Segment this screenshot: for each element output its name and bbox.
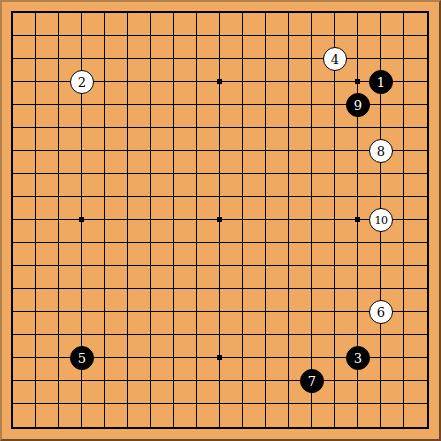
grid-cell	[243, 13, 266, 36]
grid-cell	[174, 36, 197, 59]
grid-cell	[381, 404, 404, 427]
grid-cell	[312, 13, 335, 36]
grid-cell	[13, 13, 36, 36]
grid-cell	[174, 289, 197, 312]
grid-cell	[36, 220, 59, 243]
grid-cell	[36, 36, 59, 59]
grid-cell	[174, 220, 197, 243]
grid-cell	[266, 243, 289, 266]
grid-cell	[174, 82, 197, 105]
grid-cell	[36, 59, 59, 82]
grid-cell	[404, 243, 427, 266]
grid-cell	[404, 312, 427, 335]
grid-cell	[59, 151, 82, 174]
grid-cell	[59, 174, 82, 197]
grid-cell	[151, 335, 174, 358]
grid-cell	[404, 128, 427, 151]
grid-cell	[151, 82, 174, 105]
grid-cell	[381, 105, 404, 128]
grid-cell	[312, 220, 335, 243]
grid-cell	[105, 404, 128, 427]
grid-cell	[381, 335, 404, 358]
grid-cell	[151, 243, 174, 266]
move-number-label: 9	[354, 99, 362, 112]
hoshi-point	[217, 355, 222, 360]
grid-cell	[312, 266, 335, 289]
grid-cell	[404, 105, 427, 128]
grid-cell	[151, 220, 174, 243]
grid-cell	[312, 197, 335, 220]
grid-cell	[151, 358, 174, 381]
grid-cell	[404, 358, 427, 381]
grid-cell	[82, 128, 105, 151]
grid-cell	[36, 174, 59, 197]
grid-cell	[358, 243, 381, 266]
grid-cell	[289, 36, 312, 59]
stone-white-4: 4	[323, 47, 347, 71]
grid-cell	[151, 105, 174, 128]
grid-cell	[243, 335, 266, 358]
grid-cell	[128, 13, 151, 36]
grid-cell	[266, 335, 289, 358]
grid-cell	[220, 59, 243, 82]
grid-cell	[243, 128, 266, 151]
grid-cell	[82, 174, 105, 197]
grid-cell	[174, 404, 197, 427]
grid-cell	[13, 105, 36, 128]
grid-cell	[105, 105, 128, 128]
grid-cell	[266, 13, 289, 36]
grid-cell	[128, 404, 151, 427]
grid-cell	[289, 289, 312, 312]
grid-cell	[381, 381, 404, 404]
grid-cell	[197, 358, 220, 381]
grid-cell	[151, 381, 174, 404]
grid-cell	[335, 151, 358, 174]
move-number-label: 2	[78, 76, 86, 89]
grid-cell	[36, 128, 59, 151]
hoshi-point	[217, 79, 222, 84]
grid-cell	[197, 312, 220, 335]
grid-cell	[404, 289, 427, 312]
grid-cell	[220, 128, 243, 151]
stone-white-2: 2	[70, 70, 94, 94]
grid-cell	[13, 335, 36, 358]
grid-cell	[13, 289, 36, 312]
grid-cell	[220, 243, 243, 266]
grid-cell	[289, 243, 312, 266]
grid-cell	[381, 243, 404, 266]
grid-cell	[82, 243, 105, 266]
grid-cell	[105, 197, 128, 220]
grid-cell	[335, 13, 358, 36]
grid-cell	[59, 220, 82, 243]
grid-cell	[59, 36, 82, 59]
move-number-label: 10	[375, 215, 388, 226]
grid-cell	[13, 266, 36, 289]
grid-cell	[404, 220, 427, 243]
grid-cell	[220, 358, 243, 381]
grid-cell	[105, 220, 128, 243]
grid-cell	[174, 59, 197, 82]
grid-cell	[243, 266, 266, 289]
grid-cell	[289, 335, 312, 358]
grid-cell	[151, 197, 174, 220]
grid-cell	[197, 381, 220, 404]
grid-cell	[13, 404, 36, 427]
stone-black-3: 3	[346, 346, 370, 370]
grid-cell	[82, 312, 105, 335]
grid-cell	[174, 174, 197, 197]
grid-cell	[151, 289, 174, 312]
grid-cell	[82, 197, 105, 220]
move-number-label: 3	[354, 352, 362, 365]
grid-cell	[82, 36, 105, 59]
grid-cell	[82, 220, 105, 243]
grid-cell	[197, 82, 220, 105]
grid-cell	[174, 358, 197, 381]
hoshi-point	[217, 217, 222, 222]
grid-cell	[128, 36, 151, 59]
grid-cell	[335, 381, 358, 404]
grid-cell	[13, 197, 36, 220]
grid-cell	[151, 36, 174, 59]
stone-white-6: 6	[369, 300, 393, 324]
grid-cell	[59, 266, 82, 289]
grid-cell	[404, 13, 427, 36]
grid-cell	[220, 220, 243, 243]
grid-cell	[151, 312, 174, 335]
grid-cell	[59, 105, 82, 128]
grid-cell	[358, 404, 381, 427]
grid-cell	[243, 151, 266, 174]
grid-cell	[381, 358, 404, 381]
grid-cell	[404, 381, 427, 404]
grid-cell	[266, 404, 289, 427]
grid-cell	[220, 174, 243, 197]
grid-cell	[36, 312, 59, 335]
grid-cell	[197, 243, 220, 266]
grid-cell	[289, 13, 312, 36]
grid-cell	[174, 128, 197, 151]
grid-cell	[105, 312, 128, 335]
grid-cell	[151, 174, 174, 197]
grid-cell	[128, 197, 151, 220]
grid-cell	[13, 220, 36, 243]
grid-cell	[36, 243, 59, 266]
grid-cell	[404, 174, 427, 197]
grid-cell	[404, 36, 427, 59]
grid-cell	[36, 13, 59, 36]
grid-cell	[174, 13, 197, 36]
grid-cell	[105, 128, 128, 151]
grid-cell	[128, 128, 151, 151]
grid-cell	[36, 404, 59, 427]
grid-cell	[59, 13, 82, 36]
hoshi-point	[79, 217, 84, 222]
grid-cell	[128, 358, 151, 381]
grid-cell	[220, 105, 243, 128]
grid-cell	[243, 381, 266, 404]
move-number-label: 6	[377, 306, 385, 319]
stone-black-1: 1	[369, 70, 393, 94]
grid-cell	[197, 174, 220, 197]
grid-cell	[220, 335, 243, 358]
grid-cell	[358, 174, 381, 197]
grid-cell	[381, 13, 404, 36]
grid-cell	[243, 220, 266, 243]
grid-cell	[105, 289, 128, 312]
grid-cell	[197, 404, 220, 427]
grid-cell	[36, 381, 59, 404]
grid-cell	[128, 266, 151, 289]
stone-black-9: 9	[346, 93, 370, 117]
grid-cell	[13, 82, 36, 105]
grid-cell	[82, 105, 105, 128]
grid-cell	[266, 197, 289, 220]
grid-cell	[59, 312, 82, 335]
stone-white-8: 8	[369, 139, 393, 163]
grid-cell	[312, 312, 335, 335]
grid-cell	[174, 243, 197, 266]
grid-cell	[266, 82, 289, 105]
grid-cell	[404, 197, 427, 220]
grid-cell	[174, 312, 197, 335]
grid-cell	[82, 13, 105, 36]
grid-cell	[220, 151, 243, 174]
grid-cell	[36, 289, 59, 312]
grid-cell	[82, 151, 105, 174]
grid-cell	[220, 381, 243, 404]
grid-cell	[82, 289, 105, 312]
grid-cell	[13, 381, 36, 404]
grid-cell	[105, 36, 128, 59]
grid-cell	[266, 105, 289, 128]
grid-cell	[312, 82, 335, 105]
grid-cell	[128, 381, 151, 404]
grid-cell	[335, 289, 358, 312]
grid-cell	[13, 243, 36, 266]
grid-cell	[151, 404, 174, 427]
grid-cell	[335, 266, 358, 289]
grid-cell	[312, 174, 335, 197]
grid-cell	[243, 105, 266, 128]
grid-cell	[174, 105, 197, 128]
grid-cell	[312, 151, 335, 174]
grid-cell	[220, 404, 243, 427]
grid-cell	[266, 36, 289, 59]
grid-cell	[335, 404, 358, 427]
grid-cell	[151, 13, 174, 36]
grid-cell	[243, 82, 266, 105]
grid-cell	[105, 335, 128, 358]
grid-cell	[312, 404, 335, 427]
grid-cell	[289, 197, 312, 220]
grid-cell	[59, 289, 82, 312]
grid-cell	[358, 36, 381, 59]
grid-cell	[36, 197, 59, 220]
grid-cell	[59, 381, 82, 404]
grid-cell	[381, 36, 404, 59]
grid-cell	[289, 220, 312, 243]
grid-cell	[36, 335, 59, 358]
grid-cell	[289, 266, 312, 289]
stone-white-10: 10	[369, 208, 393, 232]
grid-cell	[266, 289, 289, 312]
grid-cell	[105, 266, 128, 289]
grid-cell	[174, 266, 197, 289]
grid-cell	[220, 13, 243, 36]
grid-cell	[243, 312, 266, 335]
grid-cell	[335, 312, 358, 335]
grid-cell	[82, 381, 105, 404]
grid-cell	[243, 243, 266, 266]
grid-cell	[128, 174, 151, 197]
grid-cell	[289, 404, 312, 427]
grid-cell	[59, 128, 82, 151]
grid-cell	[13, 174, 36, 197]
grid-cell	[220, 312, 243, 335]
grid-cell	[13, 36, 36, 59]
grid-cell	[82, 266, 105, 289]
grid-cell	[128, 289, 151, 312]
grid-cell	[13, 151, 36, 174]
grid-cell	[289, 128, 312, 151]
grid-cell	[266, 266, 289, 289]
grid-cell	[174, 335, 197, 358]
grid-cell	[128, 151, 151, 174]
grid-cell	[36, 151, 59, 174]
grid-cell	[105, 358, 128, 381]
grid-cell	[266, 220, 289, 243]
grid-cell	[128, 82, 151, 105]
move-number-label: 1	[377, 76, 385, 89]
grid-cell	[312, 105, 335, 128]
grid-cell	[404, 335, 427, 358]
stone-black-7: 7	[300, 369, 324, 393]
grid-cell	[289, 151, 312, 174]
grid-cell	[105, 174, 128, 197]
grid-cell	[358, 266, 381, 289]
grid-cell	[404, 151, 427, 174]
grid-cell	[197, 289, 220, 312]
grid-cell	[404, 59, 427, 82]
grid-cell	[151, 266, 174, 289]
grid-cell	[266, 128, 289, 151]
grid-cell	[335, 174, 358, 197]
grid-cell	[105, 381, 128, 404]
grid-cell	[243, 197, 266, 220]
grid-cell	[128, 312, 151, 335]
grid-cell	[59, 404, 82, 427]
grid-cell	[358, 13, 381, 36]
grid-cell	[289, 59, 312, 82]
grid-cell	[105, 243, 128, 266]
grid-cell	[197, 13, 220, 36]
grid-cell	[36, 82, 59, 105]
grid-cell	[381, 174, 404, 197]
grid-cell	[335, 220, 358, 243]
grid-cell	[174, 381, 197, 404]
grid-cell	[128, 335, 151, 358]
go-board[interactable]: 12345678910	[0, 0, 441, 441]
grid-cell	[243, 289, 266, 312]
grid-cell	[128, 105, 151, 128]
grid-cell	[197, 220, 220, 243]
grid-cell	[312, 128, 335, 151]
grid-cell	[335, 128, 358, 151]
grid-cell	[266, 174, 289, 197]
grid-cell	[13, 312, 36, 335]
hoshi-point	[355, 217, 360, 222]
move-number-label: 5	[78, 352, 86, 365]
grid-cell	[128, 59, 151, 82]
grid-cell	[36, 105, 59, 128]
grid-cell	[220, 266, 243, 289]
grid-cell	[243, 36, 266, 59]
grid-cell	[266, 151, 289, 174]
grid-cell	[197, 105, 220, 128]
grid-cell	[174, 197, 197, 220]
grid-cell	[243, 404, 266, 427]
grid-cell	[220, 289, 243, 312]
grid-cell	[404, 82, 427, 105]
grid-cell	[404, 266, 427, 289]
grid-cell	[59, 243, 82, 266]
grid-cell	[335, 243, 358, 266]
grid-cell	[82, 404, 105, 427]
grid-cell	[266, 312, 289, 335]
grid-cell	[358, 381, 381, 404]
grid-cell	[128, 220, 151, 243]
grid-cell	[197, 36, 220, 59]
grid-cell	[312, 335, 335, 358]
grid-cell	[13, 59, 36, 82]
board-grid: 12345678910	[11, 11, 429, 429]
move-number-label: 4	[331, 53, 339, 66]
grid-cell	[105, 151, 128, 174]
move-number-label: 7	[308, 375, 316, 388]
grid-cell	[197, 266, 220, 289]
grid-cell	[105, 59, 128, 82]
grid-cell	[289, 174, 312, 197]
grid-cell	[220, 197, 243, 220]
grid-cell	[151, 128, 174, 151]
grid-cell	[312, 243, 335, 266]
grid-cell	[36, 266, 59, 289]
grid-cell	[220, 82, 243, 105]
grid-cell	[243, 174, 266, 197]
grid-cell	[105, 82, 128, 105]
grid-cell	[243, 358, 266, 381]
grid-cell	[197, 151, 220, 174]
grid-cell	[220, 36, 243, 59]
hoshi-point	[355, 79, 360, 84]
grid-cell	[243, 59, 266, 82]
grid-cell	[13, 128, 36, 151]
grid-cell	[105, 13, 128, 36]
grid-cell	[289, 312, 312, 335]
grid-cell	[289, 82, 312, 105]
stone-black-5: 5	[70, 346, 94, 370]
move-number-label: 8	[377, 145, 385, 158]
grid-cell	[381, 266, 404, 289]
grid-cell	[174, 151, 197, 174]
grid-cell	[266, 358, 289, 381]
grid-cell	[197, 128, 220, 151]
grid-cell	[151, 151, 174, 174]
grid-cell	[128, 243, 151, 266]
